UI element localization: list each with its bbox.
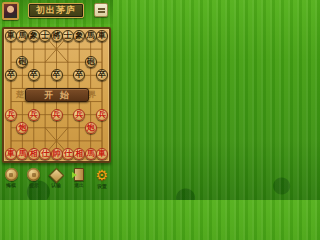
start-button[interactable]: 开始: [25, 88, 89, 102]
piece-兵-red[interactable]: 兵: [96, 109, 108, 121]
exit-label: 退出: [74, 182, 84, 189]
xiangqi-app: { "game": "xiangqi", "position": { "fen"…: [0, 0, 113, 200]
piece-兵-red[interactable]: 兵: [5, 109, 17, 121]
piece-卒-black[interactable]: 卒: [28, 69, 40, 81]
piece-砲-black[interactable]: 砲: [16, 56, 28, 68]
piece-馬-black[interactable]: 馬: [16, 30, 28, 42]
piece-砲-black[interactable]: 砲: [85, 56, 97, 68]
piece-相-red[interactable]: 相: [73, 148, 85, 160]
piece-兵-red[interactable]: 兵: [51, 109, 63, 121]
menu-button[interactable]: [94, 3, 108, 17]
piece-車-black[interactable]: 車: [96, 30, 108, 42]
piece-炮-red[interactable]: 炮: [85, 122, 97, 134]
avatar[interactable]: [2, 2, 19, 20]
piece-帥-red[interactable]: 帥: [51, 148, 63, 160]
piece-卒-black[interactable]: 卒: [73, 69, 85, 81]
piece-車-black[interactable]: 車: [5, 30, 17, 42]
undo-button[interactable]: 悔棋: [1, 168, 21, 191]
hint-label: 提示: [29, 182, 39, 189]
undo-label: 悔棋: [6, 182, 16, 189]
hint-button[interactable]: 提示: [24, 168, 44, 191]
piece-卒-black[interactable]: 卒: [5, 69, 17, 81]
piece-仕-red[interactable]: 仕: [62, 148, 74, 160]
piece-馬-red[interactable]: 馬: [16, 148, 28, 160]
settings-button[interactable]: ⚙ 设置: [92, 168, 112, 192]
level-title: 初出茅庐: [28, 3, 84, 18]
piece-卒-black[interactable]: 卒: [96, 69, 108, 81]
menu-icon: [98, 8, 105, 10]
piece-士-black[interactable]: 士: [62, 30, 74, 42]
piece-馬-black[interactable]: 馬: [85, 30, 97, 42]
piece-馬-red[interactable]: 馬: [85, 148, 97, 160]
piece-卒-black[interactable]: 卒: [51, 69, 63, 81]
piece-象-black[interactable]: 象: [73, 30, 85, 42]
door-exit-icon: [74, 168, 84, 181]
piece-仕-red[interactable]: 仕: [39, 148, 51, 160]
coin-icon: [5, 168, 18, 181]
piece-車-red[interactable]: 車: [5, 148, 17, 160]
exit-button[interactable]: 退出: [69, 168, 89, 191]
piece-兵-red[interactable]: 兵: [28, 109, 40, 121]
resign-button[interactable]: 认输: [46, 168, 66, 191]
resign-label: 认输: [52, 182, 62, 189]
toolbar: 悔棋 提示 认输 退出 ⚙ 设置: [0, 165, 113, 199]
header-bar: 初出茅庐: [0, 0, 113, 24]
piece-象-black[interactable]: 象: [28, 30, 40, 42]
piece-炮-red[interactable]: 炮: [16, 122, 28, 134]
piece-士-black[interactable]: 士: [39, 30, 51, 42]
piece-車-red[interactable]: 車: [96, 148, 108, 160]
piece-兵-red[interactable]: 兵: [73, 109, 85, 121]
settings-label: 设置: [97, 183, 107, 190]
piece-將-black[interactable]: 將: [51, 30, 63, 42]
coin-icon: [27, 168, 40, 181]
gear-icon: ⚙: [95, 168, 108, 182]
xiangqi-board[interactable]: 楚河 漢界 車馬象士將士象馬車砲砲卒卒卒卒卒兵兵兵兵兵炮炮車馬相仕帥仕相馬車 开…: [2, 27, 111, 163]
diamond-icon: [49, 168, 65, 184]
piece-相-red[interactable]: 相: [28, 148, 40, 160]
